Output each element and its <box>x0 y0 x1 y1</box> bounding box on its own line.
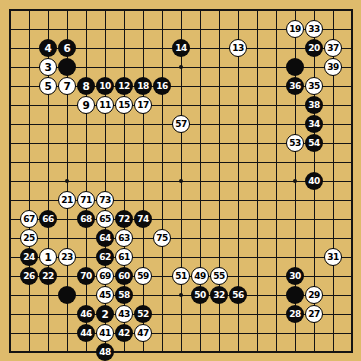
board-cell[interactable] <box>324 343 343 361</box>
board-cell[interactable] <box>248 58 267 77</box>
board-cell[interactable] <box>267 305 286 324</box>
board-cell[interactable] <box>96 134 115 153</box>
board-cell[interactable] <box>210 324 229 343</box>
board-cell[interactable]: 20 <box>305 39 324 58</box>
board-cell[interactable] <box>210 153 229 172</box>
board-cell[interactable]: 68 <box>77 210 96 229</box>
board-cell[interactable] <box>343 20 361 39</box>
board-cell[interactable] <box>77 1 96 20</box>
board-cell[interactable]: 51 <box>172 267 191 286</box>
board-cell[interactable] <box>324 1 343 20</box>
board-cell[interactable] <box>248 267 267 286</box>
board-cell[interactable] <box>267 96 286 115</box>
board-cell[interactable] <box>267 77 286 96</box>
board-cell[interactable] <box>39 229 58 248</box>
board-cell[interactable] <box>153 96 172 115</box>
board-cell[interactable] <box>153 248 172 267</box>
board-cell[interactable] <box>248 115 267 134</box>
board-cell[interactable] <box>1 210 20 229</box>
board-cell[interactable]: 27 <box>305 305 324 324</box>
board-cell[interactable] <box>248 210 267 229</box>
board-cell[interactable] <box>191 324 210 343</box>
board-cell[interactable] <box>58 58 77 77</box>
board-cell[interactable] <box>286 96 305 115</box>
board-cell[interactable] <box>172 191 191 210</box>
board-cell[interactable] <box>324 267 343 286</box>
board-cell[interactable]: 66 <box>39 210 58 229</box>
board-cell[interactable] <box>229 210 248 229</box>
board-cell[interactable] <box>305 210 324 229</box>
board-cell[interactable] <box>324 305 343 324</box>
board-cell[interactable] <box>248 96 267 115</box>
board-cell[interactable] <box>343 1 361 20</box>
board-cell[interactable] <box>20 39 39 58</box>
board-cell[interactable] <box>305 58 324 77</box>
board-cell[interactable] <box>1 324 20 343</box>
board-cell[interactable] <box>229 153 248 172</box>
board-cell[interactable] <box>58 210 77 229</box>
board-cell[interactable]: 46 <box>77 305 96 324</box>
board-cell[interactable] <box>153 286 172 305</box>
board-cell[interactable] <box>77 58 96 77</box>
board-cell[interactable] <box>191 115 210 134</box>
board-cell[interactable] <box>191 343 210 361</box>
board-cell[interactable] <box>20 1 39 20</box>
board-cell[interactable] <box>153 191 172 210</box>
board-cell[interactable] <box>172 1 191 20</box>
board-cell[interactable] <box>96 153 115 172</box>
board-cell[interactable] <box>210 229 229 248</box>
board-cell[interactable] <box>305 324 324 343</box>
board-cell[interactable] <box>115 134 134 153</box>
board-cell[interactable] <box>248 343 267 361</box>
board-cell[interactable] <box>191 153 210 172</box>
board-cell[interactable] <box>20 343 39 361</box>
board-cell[interactable] <box>210 305 229 324</box>
board-cell[interactable] <box>39 191 58 210</box>
board-cell[interactable] <box>210 39 229 58</box>
board-cell[interactable] <box>1 20 20 39</box>
board-cell[interactable] <box>343 153 361 172</box>
board-cell[interactable] <box>115 58 134 77</box>
board-cell[interactable] <box>20 77 39 96</box>
board-cell[interactable] <box>134 172 153 191</box>
board-cell[interactable] <box>343 58 361 77</box>
board-cell[interactable] <box>1 134 20 153</box>
board-cell[interactable] <box>39 305 58 324</box>
board-cell[interactable] <box>115 115 134 134</box>
board-cell[interactable]: 31 <box>324 248 343 267</box>
board-cell[interactable] <box>305 1 324 20</box>
board-cell[interactable] <box>248 1 267 20</box>
board-cell[interactable] <box>77 172 96 191</box>
board-cell[interactable] <box>248 134 267 153</box>
board-cell[interactable] <box>153 172 172 191</box>
board-cell[interactable] <box>20 96 39 115</box>
board-cell[interactable] <box>58 324 77 343</box>
board-cell[interactable]: 49 <box>191 267 210 286</box>
board-cell[interactable] <box>77 39 96 58</box>
board-cell[interactable] <box>248 324 267 343</box>
board-cell[interactable] <box>134 1 153 20</box>
board-cell[interactable] <box>267 172 286 191</box>
board-cell[interactable] <box>153 267 172 286</box>
board-cell[interactable]: 69 <box>96 267 115 286</box>
board-cell[interactable]: 23 <box>58 248 77 267</box>
board-cell[interactable] <box>343 248 361 267</box>
board-cell[interactable] <box>153 153 172 172</box>
board-cell[interactable] <box>1 248 20 267</box>
board-cell[interactable] <box>324 172 343 191</box>
board-cell[interactable] <box>210 172 229 191</box>
board-cell[interactable] <box>210 96 229 115</box>
board-cell[interactable] <box>267 210 286 229</box>
board-cell[interactable] <box>343 115 361 134</box>
board-cell[interactable] <box>267 286 286 305</box>
board-cell[interactable] <box>286 286 305 305</box>
board-cell[interactable] <box>229 343 248 361</box>
board-cell[interactable] <box>134 229 153 248</box>
board-cell[interactable] <box>172 305 191 324</box>
board-cell[interactable]: 7 <box>58 77 77 96</box>
board-cell[interactable]: 61 <box>115 248 134 267</box>
board-cell[interactable] <box>1 172 20 191</box>
board-cell[interactable] <box>305 248 324 267</box>
board-cell[interactable] <box>229 229 248 248</box>
board-cell[interactable] <box>153 305 172 324</box>
board-cell[interactable] <box>191 58 210 77</box>
board-cell[interactable] <box>229 267 248 286</box>
board-cell[interactable]: 17 <box>134 96 153 115</box>
board-cell[interactable]: 70 <box>77 267 96 286</box>
board-cell[interactable] <box>134 20 153 39</box>
board-cell[interactable] <box>20 305 39 324</box>
board-cell[interactable] <box>1 305 20 324</box>
board-cell[interactable]: 63 <box>115 229 134 248</box>
board-cell[interactable] <box>210 115 229 134</box>
board-cell[interactable] <box>172 134 191 153</box>
board-cell[interactable] <box>172 248 191 267</box>
board-cell[interactable] <box>324 286 343 305</box>
board-cell[interactable] <box>210 191 229 210</box>
board-cell[interactable] <box>343 77 361 96</box>
board-cell[interactable] <box>1 96 20 115</box>
board-cell[interactable]: 30 <box>286 267 305 286</box>
board-cell[interactable] <box>58 153 77 172</box>
board-cell[interactable]: 44 <box>77 324 96 343</box>
board-cell[interactable] <box>172 58 191 77</box>
board-cell[interactable]: 18 <box>134 77 153 96</box>
board-cell[interactable] <box>96 58 115 77</box>
board-cell[interactable]: 43 <box>115 305 134 324</box>
board-cell[interactable] <box>153 210 172 229</box>
board-cell[interactable]: 39 <box>324 58 343 77</box>
board-cell[interactable] <box>267 343 286 361</box>
board-cell[interactable] <box>324 77 343 96</box>
board-cell[interactable] <box>58 286 77 305</box>
board-cell[interactable]: 19 <box>286 20 305 39</box>
board-cell[interactable] <box>134 343 153 361</box>
board-cell[interactable] <box>343 172 361 191</box>
board-cell[interactable] <box>39 115 58 134</box>
board-cell[interactable] <box>286 115 305 134</box>
board-cell[interactable] <box>20 115 39 134</box>
board-cell[interactable] <box>229 248 248 267</box>
board-cell[interactable]: 22 <box>39 267 58 286</box>
board-cell[interactable] <box>267 58 286 77</box>
board-cell[interactable] <box>343 210 361 229</box>
board-cell[interactable] <box>1 153 20 172</box>
board-cell[interactable] <box>39 172 58 191</box>
board-cell[interactable] <box>286 229 305 248</box>
board-cell[interactable] <box>134 39 153 58</box>
board-cell[interactable] <box>1 229 20 248</box>
board-cell[interactable] <box>172 229 191 248</box>
board-cell[interactable] <box>20 324 39 343</box>
board-cell[interactable] <box>286 343 305 361</box>
board-cell[interactable] <box>191 305 210 324</box>
board-cell[interactable]: 26 <box>20 267 39 286</box>
board-cell[interactable] <box>210 134 229 153</box>
board-cell[interactable] <box>191 248 210 267</box>
board-cell[interactable] <box>343 324 361 343</box>
board-cell[interactable] <box>77 153 96 172</box>
board-cell[interactable] <box>77 229 96 248</box>
board-cell[interactable] <box>39 343 58 361</box>
board-cell[interactable] <box>324 96 343 115</box>
board-cell[interactable] <box>58 115 77 134</box>
board-cell[interactable]: 6 <box>58 39 77 58</box>
board-cell[interactable]: 72 <box>115 210 134 229</box>
board-cell[interactable] <box>286 1 305 20</box>
board-cell[interactable] <box>229 172 248 191</box>
board-cell[interactable] <box>191 77 210 96</box>
board-cell[interactable] <box>267 248 286 267</box>
board-cell[interactable]: 75 <box>153 229 172 248</box>
board-cell[interactable] <box>267 267 286 286</box>
board-cell[interactable]: 62 <box>96 248 115 267</box>
board-cell[interactable] <box>324 229 343 248</box>
board-cell[interactable] <box>191 96 210 115</box>
board-cell[interactable]: 16 <box>153 77 172 96</box>
board-cell[interactable] <box>115 153 134 172</box>
board-cell[interactable] <box>286 324 305 343</box>
board-cell[interactable] <box>210 77 229 96</box>
board-cell[interactable] <box>324 153 343 172</box>
board-cell[interactable]: 74 <box>134 210 153 229</box>
board-cell[interactable] <box>248 39 267 58</box>
board-cell[interactable]: 32 <box>210 286 229 305</box>
board-cell[interactable]: 2 <box>96 305 115 324</box>
board-cell[interactable] <box>229 1 248 20</box>
board-cell[interactable] <box>191 172 210 191</box>
board-cell[interactable] <box>134 134 153 153</box>
board-cell[interactable] <box>248 305 267 324</box>
board-cell[interactable] <box>191 20 210 39</box>
board-cell[interactable] <box>343 229 361 248</box>
board-cell[interactable] <box>96 20 115 39</box>
board-cell[interactable]: 73 <box>96 191 115 210</box>
board-cell[interactable]: 8 <box>77 77 96 96</box>
board-cell[interactable] <box>248 191 267 210</box>
board-cell[interactable] <box>343 343 361 361</box>
board-cell[interactable] <box>210 1 229 20</box>
board-cell[interactable] <box>191 229 210 248</box>
board-cell[interactable] <box>1 191 20 210</box>
board-cell[interactable]: 15 <box>115 96 134 115</box>
board-cell[interactable] <box>134 153 153 172</box>
board-cell[interactable] <box>134 115 153 134</box>
board-cell[interactable] <box>39 20 58 39</box>
board-cell[interactable] <box>324 134 343 153</box>
board-cell[interactable] <box>172 324 191 343</box>
board-cell[interactable] <box>115 20 134 39</box>
board-cell[interactable] <box>134 191 153 210</box>
board-cell[interactable] <box>229 77 248 96</box>
board-cell[interactable] <box>153 1 172 20</box>
board-cell[interactable]: 38 <box>305 96 324 115</box>
board-cell[interactable] <box>77 343 96 361</box>
board-cell[interactable]: 58 <box>115 286 134 305</box>
board-cell[interactable] <box>20 191 39 210</box>
board-cell[interactable] <box>115 172 134 191</box>
board-cell[interactable] <box>267 229 286 248</box>
board-cell[interactable]: 40 <box>305 172 324 191</box>
board-cell[interactable] <box>324 20 343 39</box>
board-cell[interactable] <box>1 1 20 20</box>
board-cell[interactable] <box>324 191 343 210</box>
board-cell[interactable] <box>77 20 96 39</box>
board-cell[interactable] <box>267 39 286 58</box>
board-cell[interactable] <box>172 343 191 361</box>
board-cell[interactable]: 45 <box>96 286 115 305</box>
board-cell[interactable]: 71 <box>77 191 96 210</box>
board-cell[interactable]: 9 <box>77 96 96 115</box>
board-cell[interactable] <box>248 153 267 172</box>
board-cell[interactable] <box>191 191 210 210</box>
board-cell[interactable] <box>96 172 115 191</box>
board-cell[interactable] <box>58 20 77 39</box>
board-cell[interactable] <box>343 39 361 58</box>
board-cell[interactable] <box>286 210 305 229</box>
board-cell[interactable] <box>210 58 229 77</box>
board-cell[interactable] <box>229 58 248 77</box>
board-cell[interactable]: 21 <box>58 191 77 210</box>
board-cell[interactable] <box>210 210 229 229</box>
board-cell[interactable] <box>248 172 267 191</box>
board-cell[interactable] <box>39 134 58 153</box>
board-cell[interactable] <box>248 20 267 39</box>
board-cell[interactable] <box>115 191 134 210</box>
board-cell[interactable] <box>20 20 39 39</box>
board-cell[interactable] <box>305 153 324 172</box>
board-cell[interactable] <box>267 191 286 210</box>
board-cell[interactable] <box>229 191 248 210</box>
board-cell[interactable] <box>191 39 210 58</box>
board-cell[interactable] <box>229 324 248 343</box>
board-cell[interactable]: 59 <box>134 267 153 286</box>
board-cell[interactable] <box>96 39 115 58</box>
board-cell[interactable] <box>267 1 286 20</box>
board-cell[interactable]: 67 <box>20 210 39 229</box>
board-cell[interactable] <box>58 134 77 153</box>
board-cell[interactable] <box>115 1 134 20</box>
board-cell[interactable] <box>153 20 172 39</box>
board-cell[interactable] <box>77 286 96 305</box>
board-cell[interactable] <box>58 1 77 20</box>
board-cell[interactable] <box>191 134 210 153</box>
board-cell[interactable]: 52 <box>134 305 153 324</box>
board-cell[interactable] <box>153 115 172 134</box>
board-cell[interactable] <box>1 58 20 77</box>
board-cell[interactable]: 12 <box>115 77 134 96</box>
board-cell[interactable] <box>286 58 305 77</box>
board-cell[interactable] <box>153 39 172 58</box>
board-cell[interactable]: 13 <box>229 39 248 58</box>
board-cell[interactable] <box>305 267 324 286</box>
board-cell[interactable] <box>286 248 305 267</box>
board-cell[interactable] <box>58 305 77 324</box>
board-cell[interactable] <box>20 58 39 77</box>
board-cell[interactable] <box>77 115 96 134</box>
board-cell[interactable]: 14 <box>172 39 191 58</box>
board-cell[interactable] <box>343 96 361 115</box>
board-cell[interactable]: 53 <box>286 134 305 153</box>
board-cell[interactable] <box>134 248 153 267</box>
board-cell[interactable] <box>191 210 210 229</box>
board-cell[interactable]: 36 <box>286 77 305 96</box>
board-cell[interactable] <box>172 20 191 39</box>
board-cell[interactable] <box>172 172 191 191</box>
board-cell[interactable] <box>172 77 191 96</box>
board-cell[interactable] <box>229 115 248 134</box>
board-cell[interactable] <box>1 343 20 361</box>
board-cell[interactable]: 33 <box>305 20 324 39</box>
board-cell[interactable] <box>324 115 343 134</box>
board-cell[interactable] <box>324 324 343 343</box>
board-cell[interactable]: 37 <box>324 39 343 58</box>
board-cell[interactable]: 55 <box>210 267 229 286</box>
board-cell[interactable] <box>96 115 115 134</box>
board-cell[interactable] <box>267 20 286 39</box>
board-cell[interactable] <box>343 134 361 153</box>
board-cell[interactable]: 11 <box>96 96 115 115</box>
board-cell[interactable] <box>58 172 77 191</box>
board-cell[interactable]: 1 <box>39 248 58 267</box>
board-cell[interactable] <box>172 210 191 229</box>
board-cell[interactable] <box>343 267 361 286</box>
board-cell[interactable]: 64 <box>96 229 115 248</box>
board-cell[interactable] <box>134 58 153 77</box>
board-cell[interactable] <box>229 305 248 324</box>
board-cell[interactable] <box>1 286 20 305</box>
board-cell[interactable] <box>20 134 39 153</box>
board-cell[interactable] <box>248 77 267 96</box>
board-cell[interactable] <box>229 134 248 153</box>
board-cell[interactable] <box>20 172 39 191</box>
board-cell[interactable] <box>39 286 58 305</box>
board-cell[interactable] <box>115 39 134 58</box>
board-cell[interactable] <box>267 324 286 343</box>
board-cell[interactable]: 29 <box>305 286 324 305</box>
board-cell[interactable]: 56 <box>229 286 248 305</box>
board-cell[interactable] <box>20 153 39 172</box>
board-cell[interactable] <box>248 286 267 305</box>
board-cell[interactable] <box>267 115 286 134</box>
board-cell[interactable] <box>153 58 172 77</box>
board-cell[interactable] <box>229 96 248 115</box>
board-cell[interactable]: 42 <box>115 324 134 343</box>
